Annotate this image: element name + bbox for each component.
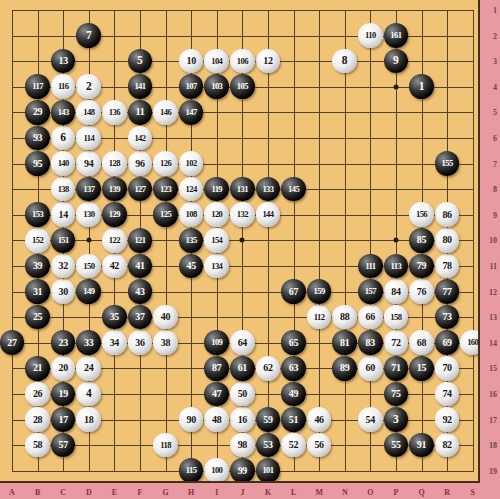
row-label-14: 14 bbox=[481, 338, 497, 347]
stone-140[interactable]: 140 bbox=[51, 151, 76, 176]
stone-157[interactable]: 157 bbox=[358, 279, 383, 304]
stone-79[interactable]: 79 bbox=[409, 254, 434, 279]
stone-69[interactable]: 69 bbox=[435, 330, 460, 355]
stone-132[interactable]: 132 bbox=[230, 202, 255, 227]
stone-111[interactable]: 111 bbox=[358, 254, 383, 279]
stone-19[interactable]: 19 bbox=[51, 382, 76, 407]
stone-155[interactable]: 155 bbox=[435, 151, 460, 176]
col-label-A: A bbox=[9, 488, 15, 497]
stone-112[interactable]: 112 bbox=[307, 305, 332, 330]
stone-139[interactable]: 139 bbox=[102, 177, 127, 202]
stone-65[interactable]: 65 bbox=[281, 330, 306, 355]
row-label-17: 17 bbox=[481, 415, 497, 424]
stone-90[interactable]: 90 bbox=[179, 407, 204, 432]
stone-16[interactable]: 16 bbox=[230, 407, 255, 432]
stone-147[interactable]: 147 bbox=[179, 100, 204, 125]
stone-43[interactable]: 43 bbox=[128, 279, 153, 304]
stone-18[interactable]: 18 bbox=[76, 407, 101, 432]
stone-26[interactable]: 26 bbox=[25, 382, 50, 407]
col-label-R: R bbox=[444, 488, 450, 497]
col-label-S: S bbox=[471, 488, 475, 497]
col-label-G: G bbox=[162, 488, 168, 497]
stone-115[interactable]: 115 bbox=[179, 458, 204, 483]
row-label-18: 18 bbox=[481, 441, 497, 450]
stone-32[interactable]: 32 bbox=[51, 254, 76, 279]
stone-85[interactable]: 85 bbox=[409, 228, 434, 253]
stone-96[interactable]: 96 bbox=[128, 151, 153, 176]
stone-122[interactable]: 122 bbox=[102, 228, 127, 253]
stone-152[interactable]: 152 bbox=[25, 228, 50, 253]
stone-54[interactable]: 54 bbox=[358, 407, 383, 432]
stone-24[interactable]: 24 bbox=[76, 356, 101, 381]
stone-56[interactable]: 56 bbox=[307, 433, 332, 458]
stone-83[interactable]: 83 bbox=[358, 330, 383, 355]
stone-142[interactable]: 142 bbox=[128, 126, 153, 151]
stone-118[interactable]: 118 bbox=[153, 433, 178, 458]
row-label-3: 3 bbox=[481, 57, 497, 66]
stone-68[interactable]: 68 bbox=[409, 330, 434, 355]
stone-57[interactable]: 57 bbox=[51, 433, 76, 458]
stone-36[interactable]: 36 bbox=[128, 330, 153, 355]
stone-62[interactable]: 62 bbox=[256, 356, 281, 381]
stone-12[interactable]: 12 bbox=[256, 49, 281, 74]
stone-136[interactable]: 136 bbox=[102, 100, 127, 125]
stone-153[interactable]: 153 bbox=[25, 202, 50, 227]
stone-76[interactable]: 76 bbox=[409, 279, 434, 304]
stone-154[interactable]: 154 bbox=[204, 228, 229, 253]
stone-93[interactable]: 93 bbox=[25, 126, 50, 151]
stone-75[interactable]: 75 bbox=[384, 382, 409, 407]
stone-52[interactable]: 52 bbox=[281, 433, 306, 458]
col-label-O: O bbox=[367, 488, 373, 497]
stone-61[interactable]: 61 bbox=[230, 356, 255, 381]
row-label-5: 5 bbox=[481, 108, 497, 117]
row-label-12: 12 bbox=[481, 287, 497, 296]
stone-88[interactable]: 88 bbox=[332, 305, 357, 330]
stone-40[interactable]: 40 bbox=[153, 305, 178, 330]
stone-161[interactable]: 161 bbox=[384, 23, 409, 48]
stone-110[interactable]: 110 bbox=[358, 23, 383, 48]
stone-108[interactable]: 108 bbox=[179, 202, 204, 227]
stone-116[interactable]: 116 bbox=[51, 74, 76, 99]
stone-121[interactable]: 121 bbox=[128, 228, 153, 253]
row-label-15: 15 bbox=[481, 364, 497, 373]
stone-39[interactable]: 39 bbox=[25, 254, 50, 279]
row-label-11: 11 bbox=[481, 262, 497, 271]
col-label-D: D bbox=[86, 488, 92, 497]
stone-48[interactable]: 48 bbox=[204, 407, 229, 432]
stone-128[interactable]: 128 bbox=[102, 151, 127, 176]
stone-130[interactable]: 130 bbox=[76, 202, 101, 227]
stone-138[interactable]: 138 bbox=[51, 177, 76, 202]
stone-104[interactable]: 104 bbox=[204, 49, 229, 74]
stone-35[interactable]: 35 bbox=[102, 305, 127, 330]
stone-135[interactable]: 135 bbox=[179, 228, 204, 253]
stone-41[interactable]: 41 bbox=[128, 254, 153, 279]
stone-143[interactable]: 143 bbox=[51, 100, 76, 125]
stone-101[interactable]: 101 bbox=[256, 458, 281, 483]
stone-137[interactable]: 137 bbox=[76, 177, 101, 202]
stone-113[interactable]: 113 bbox=[384, 254, 409, 279]
stone-146[interactable]: 146 bbox=[153, 100, 178, 125]
stone-148[interactable]: 148 bbox=[76, 100, 101, 125]
stone-64[interactable]: 64 bbox=[230, 330, 255, 355]
stone-42[interactable]: 42 bbox=[102, 254, 127, 279]
stone-107[interactable]: 107 bbox=[179, 74, 204, 99]
col-label-J: J bbox=[240, 488, 244, 497]
stone-53[interactable]: 53 bbox=[256, 433, 281, 458]
stone-77[interactable]: 77 bbox=[435, 279, 460, 304]
stone-10[interactable]: 10 bbox=[179, 49, 204, 74]
stone-14[interactable]: 14 bbox=[51, 202, 76, 227]
stone-129[interactable]: 129 bbox=[102, 202, 127, 227]
go-diagram-screen: 1234567891011121314151617181920212324252… bbox=[0, 0, 500, 499]
stone-20[interactable]: 20 bbox=[51, 356, 76, 381]
go-board[interactable]: 1234567891011121314151617181920212324252… bbox=[0, 0, 480, 483]
stone-3[interactable]: 3 bbox=[384, 407, 409, 432]
stone-71[interactable]: 71 bbox=[384, 356, 409, 381]
stone-49[interactable]: 49 bbox=[281, 382, 306, 407]
col-label-L: L bbox=[291, 488, 296, 497]
stone-125[interactable]: 125 bbox=[153, 202, 178, 227]
stone-6[interactable]: 6 bbox=[51, 126, 76, 151]
stone-59[interactable]: 59 bbox=[256, 407, 281, 432]
stone-150[interactable]: 150 bbox=[76, 254, 101, 279]
stone-31[interactable]: 31 bbox=[25, 279, 50, 304]
stone-84[interactable]: 84 bbox=[384, 279, 409, 304]
stone-123[interactable]: 123 bbox=[153, 177, 178, 202]
stone-92[interactable]: 92 bbox=[435, 407, 460, 432]
stone-105[interactable]: 105 bbox=[230, 74, 255, 99]
stone-87[interactable]: 87 bbox=[204, 356, 229, 381]
stone-151[interactable]: 151 bbox=[51, 228, 76, 253]
stone-25[interactable]: 25 bbox=[25, 305, 50, 330]
stone-21[interactable]: 21 bbox=[25, 356, 50, 381]
stone-27[interactable]: 27 bbox=[0, 330, 24, 355]
stone-114[interactable]: 114 bbox=[76, 126, 101, 151]
stone-124[interactable]: 124 bbox=[179, 177, 204, 202]
col-label-N: N bbox=[342, 488, 348, 497]
stone-45[interactable]: 45 bbox=[179, 254, 204, 279]
stone-160[interactable]: 160 bbox=[460, 330, 480, 355]
row-label-8: 8 bbox=[481, 185, 497, 194]
stone-134[interactable]: 134 bbox=[204, 254, 229, 279]
stones-layer: 1234567891011121314151617181920212324252… bbox=[0, 0, 480, 483]
col-label-B: B bbox=[35, 488, 40, 497]
stone-131[interactable]: 131 bbox=[230, 177, 255, 202]
row-label-13: 13 bbox=[481, 313, 497, 322]
stone-78[interactable]: 78 bbox=[435, 254, 460, 279]
stone-63[interactable]: 63 bbox=[281, 356, 306, 381]
row-label-1: 1 bbox=[481, 6, 497, 15]
stone-47[interactable]: 47 bbox=[204, 382, 229, 407]
stone-46[interactable]: 46 bbox=[307, 407, 332, 432]
stone-106[interactable]: 106 bbox=[230, 49, 255, 74]
stone-66[interactable]: 66 bbox=[358, 305, 383, 330]
stone-9[interactable]: 9 bbox=[384, 49, 409, 74]
stone-73[interactable]: 73 bbox=[435, 305, 460, 330]
col-label-E: E bbox=[112, 488, 117, 497]
stone-126[interactable]: 126 bbox=[153, 151, 178, 176]
col-label-F: F bbox=[138, 488, 143, 497]
stone-11[interactable]: 11 bbox=[128, 100, 153, 125]
stone-120[interactable]: 120 bbox=[204, 202, 229, 227]
col-label-H: H bbox=[188, 488, 194, 497]
stone-117[interactable]: 117 bbox=[25, 74, 50, 99]
stone-29[interactable]: 29 bbox=[25, 100, 50, 125]
stone-37[interactable]: 37 bbox=[128, 305, 153, 330]
stone-1[interactable]: 1 bbox=[409, 74, 434, 99]
stone-159[interactable]: 159 bbox=[307, 279, 332, 304]
stone-58[interactable]: 58 bbox=[25, 433, 50, 458]
col-label-M: M bbox=[315, 488, 323, 497]
stone-149[interactable]: 149 bbox=[76, 279, 101, 304]
row-label-7: 7 bbox=[481, 159, 497, 168]
stone-7[interactable]: 7 bbox=[76, 23, 101, 48]
col-label-I: I bbox=[215, 488, 218, 497]
stone-30[interactable]: 30 bbox=[51, 279, 76, 304]
stone-102[interactable]: 102 bbox=[179, 151, 204, 176]
stone-94[interactable]: 94 bbox=[76, 151, 101, 176]
stone-127[interactable]: 127 bbox=[128, 177, 153, 202]
stone-34[interactable]: 34 bbox=[102, 330, 127, 355]
stone-89[interactable]: 89 bbox=[332, 356, 357, 381]
stone-133[interactable]: 133 bbox=[256, 177, 281, 202]
stone-23[interactable]: 23 bbox=[51, 330, 76, 355]
stone-109[interactable]: 109 bbox=[204, 330, 229, 355]
stone-50[interactable]: 50 bbox=[230, 382, 255, 407]
col-label-C: C bbox=[60, 488, 66, 497]
stone-82[interactable]: 82 bbox=[435, 433, 460, 458]
col-label-Q: Q bbox=[418, 488, 424, 497]
stone-38[interactable]: 38 bbox=[153, 330, 178, 355]
stone-91[interactable]: 91 bbox=[409, 433, 434, 458]
col-label-P: P bbox=[394, 488, 399, 497]
stone-13[interactable]: 13 bbox=[51, 49, 76, 74]
stone-67[interactable]: 67 bbox=[281, 279, 306, 304]
stone-72[interactable]: 72 bbox=[384, 330, 409, 355]
stone-55[interactable]: 55 bbox=[384, 433, 409, 458]
row-label-4: 4 bbox=[481, 82, 497, 91]
stone-141[interactable]: 141 bbox=[128, 74, 153, 99]
stone-80[interactable]: 80 bbox=[435, 228, 460, 253]
stone-144[interactable]: 144 bbox=[256, 202, 281, 227]
row-label-16: 16 bbox=[481, 390, 497, 399]
stone-60[interactable]: 60 bbox=[358, 356, 383, 381]
stone-95[interactable]: 95 bbox=[25, 151, 50, 176]
stone-98[interactable]: 98 bbox=[230, 433, 255, 458]
row-label-10: 10 bbox=[481, 236, 497, 245]
stone-119[interactable]: 119 bbox=[204, 177, 229, 202]
stone-145[interactable]: 145 bbox=[281, 177, 306, 202]
stone-33[interactable]: 33 bbox=[76, 330, 101, 355]
stone-51[interactable]: 51 bbox=[281, 407, 306, 432]
stone-15[interactable]: 15 bbox=[409, 356, 434, 381]
stone-100[interactable]: 100 bbox=[204, 458, 229, 483]
stone-28[interactable]: 28 bbox=[25, 407, 50, 432]
stone-103[interactable]: 103 bbox=[204, 74, 229, 99]
col-label-K: K bbox=[265, 488, 271, 497]
stone-2[interactable]: 2 bbox=[76, 74, 101, 99]
stone-158[interactable]: 158 bbox=[384, 305, 409, 330]
stone-5[interactable]: 5 bbox=[128, 49, 153, 74]
stone-81[interactable]: 81 bbox=[332, 330, 357, 355]
stone-70[interactable]: 70 bbox=[435, 356, 460, 381]
stone-8[interactable]: 8 bbox=[332, 49, 357, 74]
stone-99[interactable]: 99 bbox=[230, 458, 255, 483]
row-label-19: 19 bbox=[481, 466, 497, 475]
stone-156[interactable]: 156 bbox=[409, 202, 434, 227]
stone-74[interactable]: 74 bbox=[435, 382, 460, 407]
row-label-6: 6 bbox=[481, 134, 497, 143]
stone-4[interactable]: 4 bbox=[76, 382, 101, 407]
row-label-9: 9 bbox=[481, 210, 497, 219]
stone-86[interactable]: 86 bbox=[435, 202, 460, 227]
row-label-2: 2 bbox=[481, 31, 497, 40]
stone-17[interactable]: 17 bbox=[51, 407, 76, 432]
